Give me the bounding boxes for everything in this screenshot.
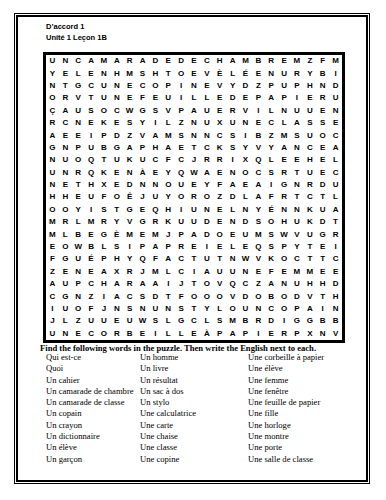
grid-cell: U — [59, 303, 72, 315]
grid-cell: K — [265, 253, 278, 265]
grid-cell: N — [239, 204, 252, 216]
grid-cell: R — [59, 216, 72, 228]
grid-cell: G — [97, 228, 110, 240]
grid-cell: A — [291, 117, 304, 129]
grid-cell: E — [46, 241, 59, 253]
grid-cell: U — [85, 315, 98, 327]
grid-cell: C — [110, 105, 123, 117]
grid-cell: E — [329, 117, 342, 129]
grid-cell: A — [188, 228, 201, 240]
grid-cell: L — [162, 315, 175, 327]
grid-cell: Z — [303, 55, 316, 67]
word-list-item: Un résultat — [140, 375, 196, 386]
grid-cell: F — [149, 253, 162, 265]
grid-cell: H — [278, 216, 291, 228]
grid-cell: E — [239, 179, 252, 191]
grid-cell: O — [278, 253, 291, 265]
grid-cell: N — [226, 167, 239, 179]
grid-cell: L — [72, 216, 85, 228]
grid-cell: N — [162, 303, 175, 315]
grid-cell: E — [213, 92, 226, 104]
grid-cell: O — [72, 154, 85, 166]
grid-cell: N — [123, 167, 136, 179]
grid-cell: Y — [46, 67, 59, 79]
grid-cell: C — [59, 117, 72, 129]
grid-cell: R — [200, 154, 213, 166]
grid-cell: L — [226, 241, 239, 253]
grid-cell: I — [175, 80, 188, 92]
grid-cell: V — [213, 278, 226, 290]
grid-cell: T — [316, 253, 329, 265]
grid-cell: J — [136, 266, 149, 278]
grid-cell: I — [175, 92, 188, 104]
word-list-item: Une calculatrice — [140, 408, 196, 419]
grid-cell: P — [72, 278, 85, 290]
grid-cell: U — [278, 80, 291, 92]
grid-cell: U — [110, 154, 123, 166]
word-list-item: Une fenêtre — [248, 386, 324, 397]
grid-cell: C — [329, 167, 342, 179]
grid-cell: F — [85, 303, 98, 315]
grid-cell: H — [46, 191, 59, 203]
word-list-item: Une porte — [248, 442, 324, 453]
grid-cell: È — [110, 228, 123, 240]
grid-cell: C — [85, 80, 98, 92]
grid-cell: A — [123, 142, 136, 154]
grid-cell: J — [97, 303, 110, 315]
grid-cell: A — [97, 266, 110, 278]
grid-cell: E — [252, 67, 265, 79]
grid-cell: P — [291, 303, 304, 315]
grid-cell: S — [265, 167, 278, 179]
grid-cell: R — [175, 241, 188, 253]
grid-cell: P — [291, 328, 304, 340]
grid-cell: N — [72, 117, 85, 129]
grid-cell: E — [188, 241, 201, 253]
grid-cell: U — [97, 80, 110, 92]
grid-cell: B — [123, 328, 136, 340]
grid-cell: M — [149, 228, 162, 240]
grid-cell: O — [316, 129, 329, 141]
grid-cell: P — [175, 228, 188, 240]
grid-cell: Y — [291, 241, 304, 253]
grid-cell: N — [188, 129, 201, 141]
grid-cell: I — [149, 117, 162, 129]
grid-cell: L — [188, 92, 201, 104]
grid-cell: B — [316, 67, 329, 79]
grid-cell: Y — [123, 253, 136, 265]
grid-cell: X — [110, 266, 123, 278]
page-title: D’accord 1 — [46, 21, 107, 32]
grid-cell: É — [239, 67, 252, 79]
grid-cell: B — [329, 315, 342, 327]
grid-cell: T — [213, 253, 226, 265]
grid-cell: U — [188, 216, 201, 228]
grid-cell: C — [329, 253, 342, 265]
grid-cell: S — [123, 303, 136, 315]
grid-cell: L — [59, 228, 72, 240]
grid-cell: O — [278, 303, 291, 315]
grid-cell: C — [85, 328, 98, 340]
grid-cell: L — [200, 92, 213, 104]
grid-cell: T — [316, 290, 329, 302]
grid-cell: H — [149, 142, 162, 154]
grid-cell: P — [278, 92, 291, 104]
grid-cell: M — [85, 216, 98, 228]
grid-cell: E — [85, 228, 98, 240]
grid-cell: S — [316, 117, 329, 129]
grid-cell: H — [162, 204, 175, 216]
grid-cell: T — [329, 216, 342, 228]
grid-cell: G — [59, 253, 72, 265]
grid-cell: K — [162, 216, 175, 228]
grid-cell: L — [265, 105, 278, 117]
grid-cell: I — [291, 92, 304, 104]
grid-cell: H — [59, 191, 72, 203]
word-list-item: Un garçon — [46, 454, 134, 465]
grid-cell: K — [213, 142, 226, 154]
grid-cell: K — [97, 117, 110, 129]
grid-cell: Y — [226, 80, 239, 92]
grid-cell: I — [316, 303, 329, 315]
grid-cell: N — [200, 129, 213, 141]
grid-cell: I — [200, 241, 213, 253]
grid-cell: C — [136, 80, 149, 92]
grid-cell: J — [46, 315, 59, 327]
grid-cell: D — [226, 191, 239, 203]
grid-cell: E — [162, 55, 175, 67]
word-list-item: Un copain — [46, 408, 134, 419]
grid-cell: V — [136, 129, 149, 141]
grid-cell: U — [303, 129, 316, 141]
grid-cell: N — [316, 328, 329, 340]
grid-cell: W — [72, 241, 85, 253]
grid-cell: A — [149, 278, 162, 290]
grid-cell: P — [291, 80, 304, 92]
grid-cell: T — [291, 167, 304, 179]
grid-cell: E — [278, 266, 291, 278]
grid-cell: A — [265, 92, 278, 104]
grid-cell: I — [149, 328, 162, 340]
grid-cell: F — [316, 55, 329, 67]
word-list-item: Un stylo — [140, 397, 196, 408]
grid-cell: E — [213, 105, 226, 117]
grid-cell: H — [110, 67, 123, 79]
grid-cell: U — [188, 204, 201, 216]
grid-cell: A — [149, 129, 162, 141]
page-subtitle: Unité 1 Leçon 1B — [46, 32, 107, 43]
grid-cell: V — [252, 142, 265, 154]
grid-cell: U — [303, 105, 316, 117]
grid-cell: Z — [252, 278, 265, 290]
grid-cell: B — [239, 315, 252, 327]
grid-cell: Ê — [123, 191, 136, 203]
grid-cell: N — [136, 303, 149, 315]
grid-cell: A — [226, 179, 239, 191]
grid-cell: I — [85, 204, 98, 216]
grid-cell: R — [72, 167, 85, 179]
grid-cell: G — [136, 105, 149, 117]
grid-cell: E — [136, 228, 149, 240]
grid-cell: J — [162, 228, 175, 240]
grid-cell: C — [72, 55, 85, 67]
grid-cell: M — [291, 55, 304, 67]
grid-cell: G — [303, 315, 316, 327]
grid-cell: N — [291, 179, 304, 191]
grid-cell: O — [239, 167, 252, 179]
grid-cell: S — [136, 67, 149, 79]
grid-cell: S — [149, 105, 162, 117]
word-list-item: Un homme — [140, 352, 196, 363]
grid-cell: U — [226, 266, 239, 278]
grid-cell: Y — [72, 204, 85, 216]
grid-cell: E — [85, 67, 98, 79]
grid-cell: I — [46, 303, 59, 315]
grid-cell: N — [110, 92, 123, 104]
grid-cell: E — [72, 129, 85, 141]
grid-cell: E — [110, 117, 123, 129]
grid-cell: B — [316, 315, 329, 327]
grid-cell: N — [110, 303, 123, 315]
word-list-item: Une élève — [248, 363, 324, 374]
grid-cell: H — [85, 179, 98, 191]
grid-cell: L — [162, 328, 175, 340]
header: D’accord 1 Unité 1 Leçon 1B — [46, 21, 107, 43]
grid-cell: T — [188, 142, 201, 154]
grid-cell: E — [213, 216, 226, 228]
grid-cell: U — [162, 92, 175, 104]
word-list-item: Une copine — [140, 454, 196, 465]
grid-cell: N — [329, 303, 342, 315]
grid-cell: E — [149, 167, 162, 179]
grid-cell: C — [175, 266, 188, 278]
grid-cell: E — [85, 117, 98, 129]
grid-cell: D — [110, 129, 123, 141]
word-list-item: Une fille — [248, 408, 324, 419]
grid-cell: S — [265, 228, 278, 240]
grid-cell: I — [329, 67, 342, 79]
grid-cell: S — [149, 315, 162, 327]
grid-cell: E — [59, 179, 72, 191]
grid-cell: E — [213, 167, 226, 179]
grid-cell: E — [59, 129, 72, 141]
grid-cell: O — [46, 92, 59, 104]
grid-cell: B — [252, 55, 265, 67]
grid-cell: S — [252, 216, 265, 228]
grid-cell: U — [329, 92, 342, 104]
grid-cell: W — [239, 253, 252, 265]
grid-cell: N — [136, 179, 149, 191]
grid-cell: Z — [265, 129, 278, 141]
grid-cell: M — [123, 67, 136, 79]
grid-cell: N — [59, 167, 72, 179]
grid-cell: D — [200, 216, 213, 228]
grid-cell: L — [162, 266, 175, 278]
grid-cell: A — [226, 328, 239, 340]
grid-cell: L — [200, 315, 213, 327]
word-list-item: Une corbeille à papier — [248, 352, 324, 363]
grid-cell: O — [200, 278, 213, 290]
grid-cell: M — [252, 228, 265, 240]
grid-cell: E — [265, 328, 278, 340]
word-list-item: Une horloge — [248, 420, 324, 431]
grid-cell: A — [200, 167, 213, 179]
grid-cell: M — [46, 228, 59, 240]
grid-cell: O — [175, 67, 188, 79]
grid-cell: X — [303, 328, 316, 340]
grid-cell: V — [226, 290, 239, 302]
grid-cell: N — [278, 204, 291, 216]
grid-cell: R — [329, 228, 342, 240]
grid-cell: O — [149, 80, 162, 92]
grid-cell: K — [303, 204, 316, 216]
grid-cell: U — [97, 92, 110, 104]
grid-cell: M — [46, 216, 59, 228]
grid-cell: X — [213, 117, 226, 129]
grid-cell: E — [188, 67, 201, 79]
grid-cell: W — [123, 105, 136, 117]
grid-cell: D — [265, 315, 278, 327]
grid-cell: E — [329, 266, 342, 278]
grid-cell: C — [329, 129, 342, 141]
grid-cell: O — [200, 290, 213, 302]
grid-cell: N — [239, 266, 252, 278]
grid-cell: S — [265, 241, 278, 253]
grid-cell: H — [110, 253, 123, 265]
grid-cell: R — [46, 117, 59, 129]
grid-cell: U — [123, 315, 136, 327]
grid-cell: É — [265, 204, 278, 216]
word-list-item: Un crayon — [46, 420, 134, 431]
grid-cell: E — [85, 266, 98, 278]
grid-cell: R — [97, 216, 110, 228]
grid-cell: U — [226, 117, 239, 129]
grid-cell: D — [329, 80, 342, 92]
grid-cell: T — [188, 278, 201, 290]
word-list-item: Une classe — [140, 442, 196, 453]
grid-cell: H — [213, 55, 226, 67]
grid-cell: J — [188, 154, 201, 166]
grid-cell: S — [175, 303, 188, 315]
grid-cell: L — [226, 67, 239, 79]
grid-cell: O — [226, 303, 239, 315]
grid-cell: A — [85, 55, 98, 67]
grid-cell: E — [123, 80, 136, 92]
grid-cell: N — [72, 266, 85, 278]
grid-cell: F — [265, 266, 278, 278]
word-list-column-1: Qui est-ceQuoiUn cahierUn camarade de ch… — [46, 352, 134, 465]
grid-cell: V — [123, 216, 136, 228]
grid-cell: G — [72, 80, 85, 92]
grid-cell: N — [291, 142, 304, 154]
grid-cell: H — [303, 154, 316, 166]
grid-cell: V — [239, 105, 252, 117]
grid-cell: N — [329, 105, 342, 117]
grid-cell: Q — [226, 278, 239, 290]
grid-cell: D — [291, 290, 304, 302]
grid-cell: U — [291, 105, 304, 117]
grid-cell: E — [136, 328, 149, 340]
word-list-item: Une carte — [140, 420, 196, 431]
grid-cell: T — [303, 253, 316, 265]
grid-cell: F — [136, 92, 149, 104]
grid-cell: T — [59, 80, 72, 92]
grid-cell: P — [136, 142, 149, 154]
grid-cell: G — [136, 216, 149, 228]
grid-cell: R — [110, 328, 123, 340]
grid-cell: I — [252, 328, 265, 340]
grid-cell: Q — [149, 204, 162, 216]
grid-cell: I — [252, 105, 265, 117]
grid-cell: E — [213, 204, 226, 216]
grid-cell: O — [252, 290, 265, 302]
grid-cell: U — [291, 278, 304, 290]
grid-cell: D — [316, 216, 329, 228]
grid-cell: N — [226, 253, 239, 265]
grid-cell: U — [329, 179, 342, 191]
grid-cell: E — [316, 241, 329, 253]
grid-cell: I — [162, 278, 175, 290]
grid-cell: N — [59, 55, 72, 67]
grid-cell: A — [226, 55, 239, 67]
grid-cell: A — [162, 253, 175, 265]
grid-cell: E — [303, 92, 316, 104]
grid-cell: M — [97, 55, 110, 67]
grid-cell: R — [188, 191, 201, 203]
grid-cell: S — [303, 117, 316, 129]
grid-cell: N — [226, 216, 239, 228]
grid-cell: A — [329, 142, 342, 154]
grid-cell: I — [188, 266, 201, 278]
grid-cell: U — [239, 228, 252, 240]
grid-cell: N — [200, 204, 213, 216]
grid-cell: N — [59, 328, 72, 340]
grid-cell: S — [291, 129, 304, 141]
grid-cell: N — [59, 142, 72, 154]
grid-cell: B — [72, 228, 85, 240]
grid-cell: H — [97, 278, 110, 290]
word-list-item: Un sac à dos — [140, 386, 196, 397]
grid-cell: W — [188, 167, 201, 179]
grid-cell: A — [252, 179, 265, 191]
grid-cell: B — [265, 290, 278, 302]
grid-cell: S — [213, 315, 226, 327]
grid-cell: U — [291, 216, 304, 228]
grid-cell: J — [136, 191, 149, 203]
grid-cell: D — [316, 179, 329, 191]
grid-cell: U — [200, 253, 213, 265]
grid-cell: U — [303, 228, 316, 240]
grid-cell: Y — [110, 216, 123, 228]
grid-cell: A — [162, 142, 175, 154]
grid-cell: M — [329, 55, 342, 67]
grid-cell: F — [46, 253, 59, 265]
grid-cell: E — [316, 167, 329, 179]
grid-cell: C — [265, 303, 278, 315]
grid-cell: U — [239, 303, 252, 315]
grid-cell: R — [149, 216, 162, 228]
grid-cell: A — [303, 303, 316, 315]
grid-cell: C — [291, 253, 304, 265]
grid-cell: É — [85, 253, 98, 265]
grid-cell: Q — [175, 167, 188, 179]
grid-cell: Z — [72, 315, 85, 327]
grid-cell: S — [226, 142, 239, 154]
grid-cell: L — [175, 328, 188, 340]
grid-cell: O — [97, 105, 110, 117]
grid-cell: L — [59, 315, 72, 327]
grid-cell: M — [162, 129, 175, 141]
